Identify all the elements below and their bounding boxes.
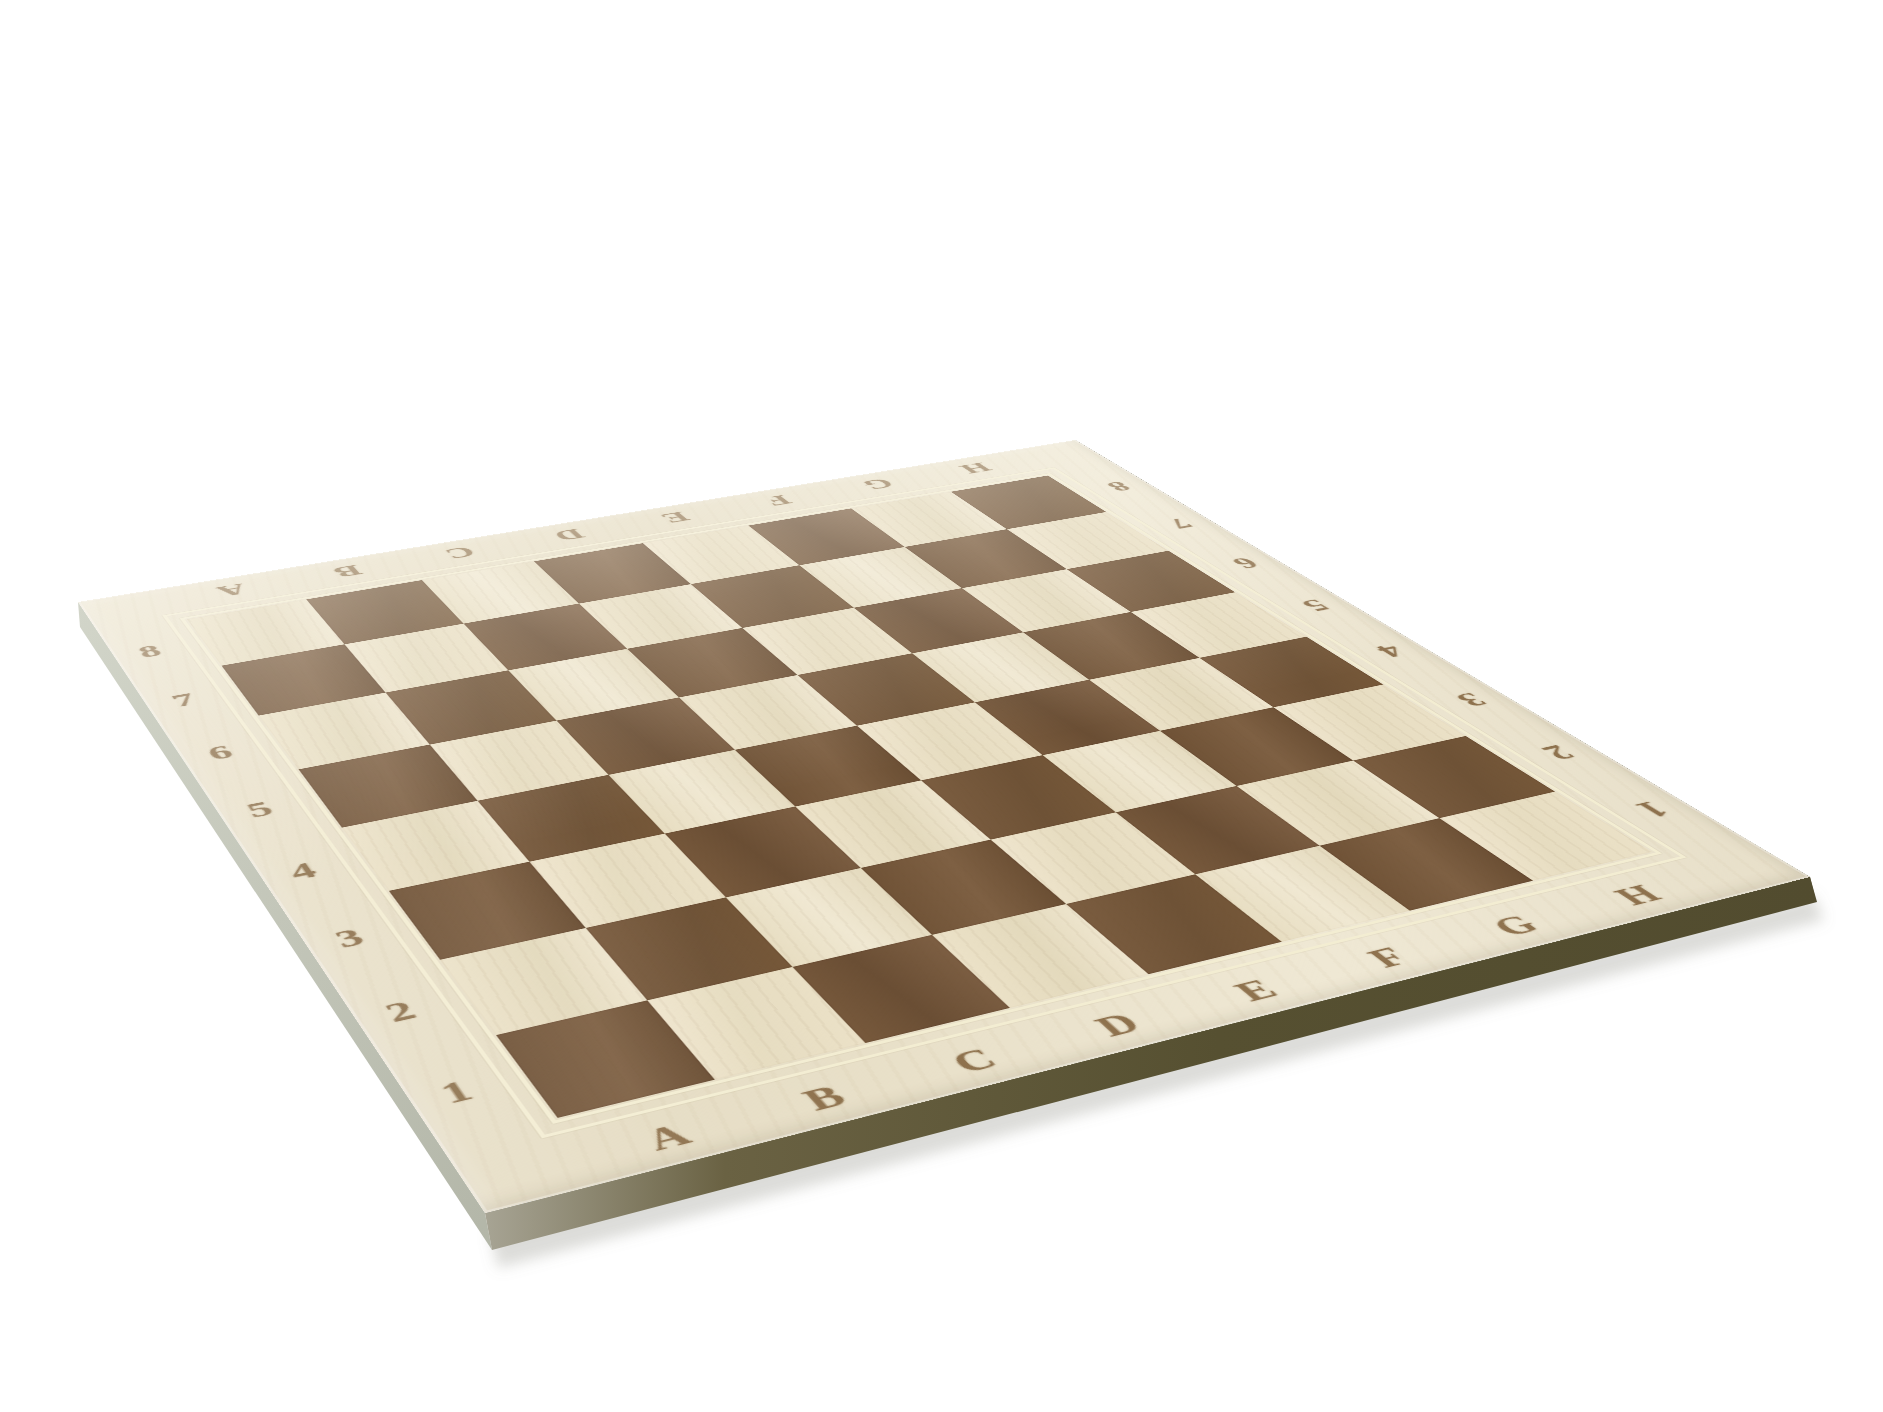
product-photo-stage: ABCDEFGH ABCDEFGH 87654321 87654321: [0, 0, 1883, 1412]
